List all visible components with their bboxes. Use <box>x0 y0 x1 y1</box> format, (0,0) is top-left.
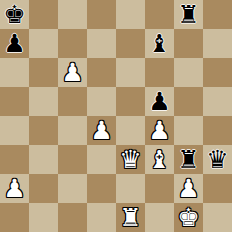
square-c8[interactable] <box>58 0 87 29</box>
square-g1[interactable]: ♚ <box>174 203 203 232</box>
square-d3[interactable] <box>87 145 116 174</box>
square-b3[interactable] <box>29 145 58 174</box>
square-b2[interactable] <box>29 174 58 203</box>
square-e1[interactable]: ♜ <box>116 203 145 232</box>
square-g7[interactable] <box>174 29 203 58</box>
white-pawn-d4[interactable]: ♟ <box>90 116 112 145</box>
black-bishop-f7[interactable]: ♝ <box>148 29 170 58</box>
square-b4[interactable] <box>29 116 58 145</box>
square-c2[interactable] <box>58 174 87 203</box>
black-rook-g8[interactable]: ♜ <box>177 0 199 29</box>
square-g4[interactable] <box>174 116 203 145</box>
white-rook-e1[interactable]: ♜ <box>119 203 141 232</box>
square-a3[interactable] <box>0 145 29 174</box>
square-f1[interactable] <box>145 203 174 232</box>
white-queen-e3[interactable]: ♛ <box>119 145 141 174</box>
square-a7[interactable]: ♟ <box>0 29 29 58</box>
square-a6[interactable] <box>0 58 29 87</box>
white-pawn-g2[interactable]: ♟ <box>177 174 199 203</box>
chess-board: ♚♜♟♝♟♟♟♟♛♝♜♛♟♟♜♚ <box>0 0 232 232</box>
square-a8[interactable]: ♚ <box>0 0 29 29</box>
square-h2[interactable] <box>203 174 232 203</box>
square-h8[interactable] <box>203 0 232 29</box>
square-d7[interactable] <box>87 29 116 58</box>
square-b6[interactable] <box>29 58 58 87</box>
square-f7[interactable]: ♝ <box>145 29 174 58</box>
square-b1[interactable] <box>29 203 58 232</box>
square-a2[interactable]: ♟ <box>0 174 29 203</box>
square-g8[interactable]: ♜ <box>174 0 203 29</box>
square-h6[interactable] <box>203 58 232 87</box>
square-d1[interactable] <box>87 203 116 232</box>
square-e4[interactable] <box>116 116 145 145</box>
square-d6[interactable] <box>87 58 116 87</box>
square-f4[interactable]: ♟ <box>145 116 174 145</box>
square-a4[interactable] <box>0 116 29 145</box>
square-a1[interactable] <box>0 203 29 232</box>
square-d5[interactable] <box>87 87 116 116</box>
square-f5[interactable]: ♟ <box>145 87 174 116</box>
square-g3[interactable]: ♜ <box>174 145 203 174</box>
black-king-a8[interactable]: ♚ <box>3 0 25 29</box>
square-a5[interactable] <box>0 87 29 116</box>
square-c7[interactable] <box>58 29 87 58</box>
square-d4[interactable]: ♟ <box>87 116 116 145</box>
black-pawn-f5[interactable]: ♟ <box>148 87 170 116</box>
square-g6[interactable] <box>174 58 203 87</box>
white-pawn-f4[interactable]: ♟ <box>148 116 170 145</box>
square-c4[interactable] <box>58 116 87 145</box>
square-h7[interactable] <box>203 29 232 58</box>
square-b8[interactable] <box>29 0 58 29</box>
square-f3[interactable]: ♝ <box>145 145 174 174</box>
square-f6[interactable] <box>145 58 174 87</box>
square-e8[interactable] <box>116 0 145 29</box>
black-pawn-a7[interactable]: ♟ <box>3 29 25 58</box>
black-rook-g3[interactable]: ♜ <box>177 145 199 174</box>
square-b5[interactable] <box>29 87 58 116</box>
square-d2[interactable] <box>87 174 116 203</box>
white-pawn-c6[interactable]: ♟ <box>61 58 83 87</box>
white-king-g1[interactable]: ♚ <box>177 203 199 232</box>
white-bishop-f3[interactable]: ♝ <box>148 145 170 174</box>
square-f2[interactable] <box>145 174 174 203</box>
square-c6[interactable]: ♟ <box>58 58 87 87</box>
square-h4[interactable] <box>203 116 232 145</box>
square-h3[interactable]: ♛ <box>203 145 232 174</box>
square-h1[interactable] <box>203 203 232 232</box>
square-b7[interactable] <box>29 29 58 58</box>
square-e5[interactable] <box>116 87 145 116</box>
square-d8[interactable] <box>87 0 116 29</box>
white-pawn-a2[interactable]: ♟ <box>3 174 25 203</box>
square-c3[interactable] <box>58 145 87 174</box>
square-g2[interactable]: ♟ <box>174 174 203 203</box>
square-c5[interactable] <box>58 87 87 116</box>
square-f8[interactable] <box>145 0 174 29</box>
square-h5[interactable] <box>203 87 232 116</box>
square-e6[interactable] <box>116 58 145 87</box>
square-e7[interactable] <box>116 29 145 58</box>
black-queen-h3[interactable]: ♛ <box>206 145 228 174</box>
square-c1[interactable] <box>58 203 87 232</box>
square-e3[interactable]: ♛ <box>116 145 145 174</box>
square-e2[interactable] <box>116 174 145 203</box>
square-g5[interactable] <box>174 87 203 116</box>
